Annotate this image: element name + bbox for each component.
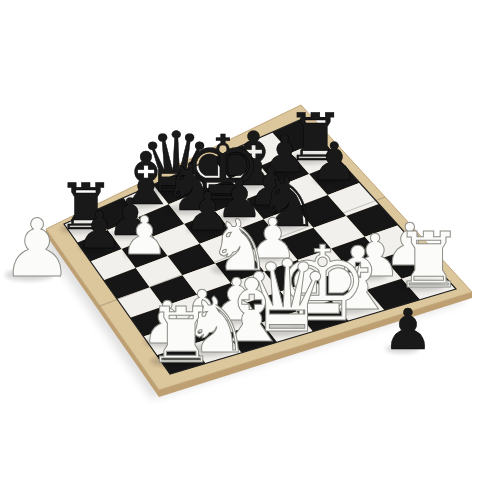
white-rook-h1[interactable]: ♜ (394, 216, 463, 305)
white-pawn-b6[interactable]: ♟ (121, 205, 168, 266)
chess-set-photo: ♜♟♟♝♛♚♝♟♞♟♞♜♟♟♟♟♟♟♞♟♟♜♝♚♟♛♟♝♟♟♞♜ (0, 0, 500, 500)
white-pawn-offboard[interactable]: ♟ (1, 202, 73, 295)
black-pawn-offboard[interactable]: ♟ (383, 297, 433, 362)
white-rook-a1[interactable]: ♜ (147, 291, 216, 380)
chessboard-scene: ♜♟♟♝♛♚♝♟♞♟♞♜♟♟♟♟♟♟♞♟♟♜♝♚♟♛♟♝♟♟♞♜ (0, 0, 500, 500)
black-pawn-a7[interactable]: ♟ (76, 200, 122, 260)
